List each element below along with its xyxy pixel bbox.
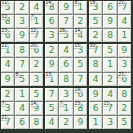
sudoku-cell[interactable]: 1 xyxy=(103,58,116,71)
sudoku-cell[interactable]: 85 xyxy=(15,73,28,86)
sudoku-cell[interactable]: 149 xyxy=(30,102,43,115)
sudoku-cell[interactable]: 73 xyxy=(1,102,14,115)
sudoku-cell[interactable]: 2 xyxy=(89,29,102,42)
sudoku-cell[interactable]: 9 xyxy=(1,73,14,86)
cell-digit: 8 xyxy=(121,90,127,99)
cell-digit: 5 xyxy=(49,104,55,113)
sudoku-cell[interactable]: 2 xyxy=(118,102,131,115)
cell-digit: 2 xyxy=(63,118,69,127)
cell-digit: 3 xyxy=(19,17,25,26)
cage-sum-label: 24 xyxy=(45,1,52,6)
cell-digit: 7 xyxy=(77,75,83,84)
sudoku-cell[interactable]: 81 xyxy=(74,1,87,14)
cell-digit: 3 xyxy=(107,118,113,127)
sudoku-cell[interactable]: 8 xyxy=(89,58,102,71)
sudoku-cell[interactable]: 4 xyxy=(103,88,116,101)
sudoku-cell[interactable]: 153 xyxy=(74,44,87,57)
sudoku-cell[interactable]: 236 xyxy=(1,29,14,42)
cell-digit: 7 xyxy=(63,17,69,26)
cell-digit: 3 xyxy=(121,60,127,69)
cell-digit: 6 xyxy=(93,104,99,113)
cell-digit: 9 xyxy=(63,3,69,12)
cell-digit: 2 xyxy=(107,75,113,84)
sudoku-cell[interactable]: 5 xyxy=(30,88,43,101)
cage-sum-label: 7 xyxy=(59,102,63,107)
cell-digit: 3 xyxy=(49,31,55,40)
sudoku-cell[interactable]: 71 xyxy=(30,15,43,28)
cell-digit: 9 xyxy=(5,75,11,84)
sudoku-box: 21573414921768 xyxy=(1,88,43,129)
cell-digit: 7 xyxy=(49,90,55,99)
sudoku-cell[interactable]: 4 xyxy=(89,73,102,86)
cell-digit: 2 xyxy=(77,17,83,26)
sudoku-cell[interactable]: 3 xyxy=(45,29,58,42)
cell-digit: 5 xyxy=(121,118,127,127)
cell-digit: 4 xyxy=(63,46,69,55)
cage-sum-label: 30 xyxy=(89,44,96,49)
cell-digit: 1 xyxy=(107,60,113,69)
sudoku-cell[interactable]: 2 xyxy=(15,1,28,14)
cell-digit: 4 xyxy=(107,90,113,99)
cage-sum-label: 26 xyxy=(59,29,66,34)
cell-digit: 6 xyxy=(107,3,113,12)
cell-digit: 4 xyxy=(5,60,11,69)
sudoku-cell[interactable]: 3 xyxy=(15,15,28,28)
sudoku-cell[interactable]: 216 xyxy=(118,73,131,86)
sudoku-cell[interactable]: 71 xyxy=(59,102,72,115)
sudoku-cell[interactable]: 4 xyxy=(15,102,28,115)
cage-sum-label: 11 xyxy=(103,102,110,107)
sudoku-cell[interactable]: 8 xyxy=(15,44,28,57)
sudoku-box: 3075981342216 xyxy=(89,44,131,85)
cell-digit: 1 xyxy=(63,104,69,113)
sudoku-cell[interactable]: 6 xyxy=(45,15,58,28)
cage-sum-label: 8 xyxy=(74,1,78,6)
cell-digit: 3 xyxy=(63,90,69,99)
sudoku-cell[interactable]: 5 xyxy=(118,116,131,129)
cell-digit: 4 xyxy=(19,104,25,113)
cell-digit: 8 xyxy=(93,60,99,69)
cell-digit: 7 xyxy=(19,60,25,69)
sudoku-cell[interactable]: 118 xyxy=(1,15,14,28)
sudoku-cell[interactable]: 3 xyxy=(59,88,72,101)
sudoku-cell[interactable]: 8 xyxy=(30,116,43,129)
cell-digit: 5 xyxy=(33,90,39,99)
sudoku-box: 115241183712369127 xyxy=(1,1,43,42)
cage-sum-label: 23 xyxy=(1,29,8,34)
cage-sum-label: 14 xyxy=(30,102,37,107)
cage-sum-label: 23 xyxy=(74,102,81,107)
sudoku-cell[interactable]: 211 xyxy=(1,44,14,57)
sudoku-cell[interactable]: 8 xyxy=(103,29,116,42)
sudoku-box: 2415396513187 xyxy=(45,44,87,85)
cell-digit: 6 xyxy=(19,118,25,127)
sudoku-cell[interactable]: 238 xyxy=(74,102,87,115)
sudoku-cell[interactable]: 5 xyxy=(103,44,116,57)
sudoku-cell[interactable]: 183 xyxy=(89,1,102,14)
sudoku-cell[interactable]: 265 xyxy=(59,29,72,42)
cell-digit: 2 xyxy=(93,31,99,40)
sudoku-cell[interactable]: 7 xyxy=(15,58,28,71)
cell-digit: 3 xyxy=(33,75,39,84)
cell-digit: 2 xyxy=(5,90,11,99)
sudoku-cell[interactable]: 4 xyxy=(30,1,43,14)
sudoku-cell[interactable]: 7 xyxy=(59,15,72,28)
sudoku-cell[interactable]: 5 xyxy=(45,102,58,115)
cell-digit: 5 xyxy=(19,75,25,84)
sudoku-cell[interactable]: 9 xyxy=(45,58,58,71)
cell-digit: 2 xyxy=(121,104,127,113)
cell-digit: 3 xyxy=(5,104,11,113)
cage-sum-label: 19 xyxy=(74,88,81,93)
sudoku-cell[interactable]: 307 xyxy=(89,44,102,57)
sudoku-cell[interactable]: 3 xyxy=(118,58,131,71)
cage-sum-label: 11 xyxy=(1,15,8,20)
sudoku-cell[interactable]: 115 xyxy=(1,1,14,14)
sudoku-cell[interactable]: 4 xyxy=(59,44,72,57)
cage-sum-label: 12 xyxy=(30,29,37,34)
sudoku-cell[interactable]: 3 xyxy=(30,73,43,86)
cell-digit: 2 xyxy=(19,3,25,12)
cell-digit: 4 xyxy=(93,75,99,84)
sudoku-cell[interactable]: 144 xyxy=(74,29,87,42)
sudoku-cell[interactable]: 217 xyxy=(118,1,131,14)
sudoku-cell[interactable]: 2 xyxy=(74,15,87,28)
cell-digit: 9 xyxy=(49,60,55,69)
cell-digit: 9 xyxy=(107,17,113,26)
cage-sum-label: 8 xyxy=(15,73,19,78)
sudoku-cell[interactable]: 9 xyxy=(118,44,131,57)
cage-sum-label: 13 xyxy=(45,73,52,78)
sudoku-box: 94861172135 xyxy=(89,88,131,129)
sudoku-cell[interactable]: 2 xyxy=(1,88,14,101)
cage-sum-label: 7 xyxy=(30,15,34,20)
sudoku-cell[interactable]: 1 xyxy=(15,88,28,101)
sudoku-cell[interactable]: 127 xyxy=(30,29,43,42)
cell-digit: 4 xyxy=(33,3,39,12)
cell-digit: 1 xyxy=(93,118,99,127)
cell-digit: 8 xyxy=(107,31,113,40)
cell-digit: 5 xyxy=(93,17,99,26)
sudoku-cell[interactable]: 9 xyxy=(89,88,102,101)
sudoku-cell[interactable]: 9 xyxy=(15,29,28,42)
sudoku-box: 2489816723265144 xyxy=(45,1,87,42)
sudoku-cell[interactable]: 4 xyxy=(1,58,14,71)
cell-digit: 1 xyxy=(19,90,25,99)
sudoku-box: 1836217594281 xyxy=(89,1,131,42)
cell-digit: 8 xyxy=(63,75,69,84)
sudoku-cell[interactable]: 206 xyxy=(30,44,43,57)
cell-digit: 4 xyxy=(49,118,55,127)
cell-digit: 9 xyxy=(121,46,127,55)
sudoku-cell[interactable]: 9 xyxy=(74,116,87,129)
sudoku-cell[interactable]: 9 xyxy=(103,15,116,28)
cage-sum-label: 21 xyxy=(118,73,125,78)
sudoku-cell[interactable]: 217 xyxy=(1,116,14,129)
sudoku-cell[interactable]: 7 xyxy=(45,88,58,101)
cell-digit: 9 xyxy=(19,31,25,40)
cage-sum-label: 21 xyxy=(118,1,125,6)
sudoku-cell[interactable]: 2 xyxy=(59,116,72,129)
sudoku-cell[interactable]: 1 xyxy=(89,116,102,129)
sudoku-cell[interactable]: 6 xyxy=(89,102,102,115)
sudoku-cell[interactable]: 4 xyxy=(45,116,58,129)
sudoku-cell[interactable]: 2 xyxy=(30,58,43,71)
sudoku-cell[interactable]: 196 xyxy=(74,88,87,101)
cell-digit: 6 xyxy=(63,60,69,69)
sudoku-cell[interactable]: 6 xyxy=(103,1,116,14)
sudoku-cell[interactable]: 6 xyxy=(15,116,28,129)
sudoku-cell[interactable]: 8 xyxy=(118,88,131,101)
cell-digit: 2 xyxy=(33,60,39,69)
sudoku-cell[interactable]: 131 xyxy=(45,73,58,86)
sudoku-cell[interactable]: 4 xyxy=(118,15,131,28)
sudoku-cell[interactable]: 1 xyxy=(118,29,131,42)
cell-digit: 1 xyxy=(121,31,127,40)
cell-digit: 9 xyxy=(93,90,99,99)
sudoku-cell[interactable]: 7 xyxy=(74,73,87,86)
sudoku-cell[interactable]: 2 xyxy=(103,73,116,86)
cell-digit: 5 xyxy=(107,46,113,55)
sudoku-box: 73196571238429 xyxy=(45,88,87,129)
sudoku-cell[interactable]: 8 xyxy=(59,73,72,86)
cage-sum-label: 18 xyxy=(89,1,96,6)
cage-sum-label: 14 xyxy=(74,29,81,34)
sudoku-cell[interactable]: 117 xyxy=(103,102,116,115)
sudoku-cell[interactable]: 5 xyxy=(74,58,87,71)
sudoku-cell[interactable]: 2 xyxy=(45,44,58,57)
cell-digit: 8 xyxy=(33,118,39,127)
cell-digit: 5 xyxy=(77,60,83,69)
sudoku-cell[interactable]: 6 xyxy=(59,58,72,71)
cell-digit: 8 xyxy=(19,46,25,55)
cell-digit: 9 xyxy=(77,118,83,127)
cage-sum-label: 21 xyxy=(1,116,8,121)
cage-sum-label: 7 xyxy=(1,102,5,107)
cell-digit: 6 xyxy=(49,17,55,26)
cage-sum-label: 20 xyxy=(30,44,37,49)
cell-digit: 4 xyxy=(121,17,127,26)
cage-sum-label: 11 xyxy=(1,1,8,6)
sudoku-cell[interactable]: 3 xyxy=(103,116,116,129)
sudoku-box: 21182064729853 xyxy=(1,44,43,85)
cell-digit: 2 xyxy=(49,46,55,55)
cage-sum-label: 21 xyxy=(1,44,8,49)
sudoku-cell[interactable]: 9 xyxy=(59,1,72,14)
sudoku-cell[interactable]: 5 xyxy=(89,15,102,28)
sudoku-cell[interactable]: 248 xyxy=(45,1,58,14)
cage-sum-label: 15 xyxy=(74,44,81,49)
killer-sudoku-board: 1152411837123691272489816723265144183621… xyxy=(0,0,133,133)
